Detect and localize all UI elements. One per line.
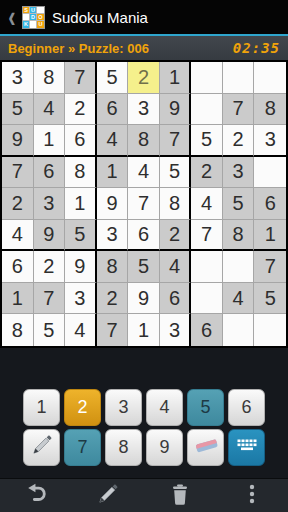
sudoku-cell-r1c9[interactable]: [254, 62, 286, 94]
undo-button[interactable]: [16, 481, 56, 511]
numpad-digit-8[interactable]: 8: [105, 429, 142, 466]
sudoku-cell-r7c8[interactable]: [223, 251, 255, 283]
numpad-digit-6[interactable]: 6: [228, 389, 265, 426]
sudoku-cell-r5c3[interactable]: 1: [65, 188, 97, 220]
numpad-digit-4[interactable]: 4: [146, 389, 183, 426]
sudoku-cell-r5c2[interactable]: 3: [34, 188, 66, 220]
sudoku-cell-r8c4[interactable]: 2: [97, 283, 129, 315]
logo-cell: K: [23, 21, 30, 28]
sudoku-cell-r3c3[interactable]: 6: [65, 125, 97, 157]
trash-button[interactable]: [160, 481, 200, 511]
sudoku-cell-r7c9[interactable]: 7: [254, 251, 286, 283]
back-button[interactable]: ‹: [6, 3, 18, 31]
app-title: Sudoku Mania: [52, 9, 148, 26]
logo-cell: [23, 14, 30, 21]
sudoku-cell-r9c2[interactable]: 5: [34, 314, 66, 346]
sudoku-cell-r7c4[interactable]: 8: [97, 251, 129, 283]
sudoku-cell-r8c1[interactable]: 1: [2, 283, 34, 315]
sudoku-cell-r3c8[interactable]: 2: [223, 125, 255, 157]
numpad-keyboard-button[interactable]: [228, 429, 265, 466]
bottom-toolbar: [0, 478, 288, 512]
numpad-digit-9[interactable]: 9: [146, 429, 183, 466]
overflow-menu-icon: [242, 482, 262, 510]
pencil-icon: [29, 432, 55, 463]
sudoku-cell-r9c7[interactable]: 6: [191, 314, 223, 346]
keyboard-icon: [235, 433, 259, 462]
numpad-row-2: 789: [0, 429, 288, 466]
sudoku-cell-r9c6[interactable]: 3: [160, 314, 192, 346]
sudoku-cell-r4c5[interactable]: 4: [128, 157, 160, 189]
sudoku-cell-r1c7[interactable]: [191, 62, 223, 94]
numpad-row-1: 123456: [0, 348, 288, 426]
numpad-digit-3[interactable]: 3: [105, 389, 142, 426]
sudoku-cell-r9c3[interactable]: 4: [65, 314, 97, 346]
sudoku-cell-r3c4[interactable]: 4: [97, 125, 129, 157]
logo-cell: U: [37, 21, 44, 28]
sudoku-cell-r7c3[interactable]: 9: [65, 251, 97, 283]
sudoku-cell-r6c9[interactable]: 1: [254, 220, 286, 252]
sudoku-cell-r4c4[interactable]: 1: [97, 157, 129, 189]
sudoku-cell-r9c8[interactable]: [223, 314, 255, 346]
game-timer: 02:35: [233, 40, 280, 56]
numpad-digit-2[interactable]: 2: [64, 389, 101, 426]
title-bar: ‹ SUDOKU Sudoku Mania: [0, 0, 288, 36]
status-bar: Beginner » Puzzle: 006 02:35: [0, 36, 288, 60]
sudoku-cell-r4c6[interactable]: 5: [160, 157, 192, 189]
sudoku-cell-r4c7[interactable]: 2: [191, 157, 223, 189]
sudoku-cell-r1c1[interactable]: 3: [2, 62, 34, 94]
sudoku-cell-r6c7[interactable]: 7: [191, 220, 223, 252]
sudoku-cell-r8c8[interactable]: 4: [223, 283, 255, 315]
logo-cell: [30, 21, 37, 28]
sudoku-cell-r3c9[interactable]: 3: [254, 125, 286, 157]
sudoku-cell-r7c7[interactable]: [191, 251, 223, 283]
numpad-digit-1[interactable]: 1: [23, 389, 60, 426]
sudoku-cell-r8c5[interactable]: 9: [128, 283, 160, 315]
sudoku-cell-r6c1[interactable]: 4: [2, 220, 34, 252]
sudoku-cell-r4c9[interactable]: [254, 157, 286, 189]
logo-cell: U: [30, 7, 37, 14]
sudoku-cell-r2c8[interactable]: 7: [223, 94, 255, 126]
sudoku-cell-r4c2[interactable]: 6: [34, 157, 66, 189]
sudoku-cell-r3c1[interactable]: 9: [2, 125, 34, 157]
numpad-digit-7[interactable]: 7: [64, 429, 101, 466]
sudoku-cell-r2c2[interactable]: 4: [34, 94, 66, 126]
sudoku-cell-r8c3[interactable]: 3: [65, 283, 97, 315]
sudoku-cell-r2c4[interactable]: 6: [97, 94, 129, 126]
sudoku-cell-r6c4[interactable]: 3: [97, 220, 129, 252]
sudoku-cell-r6c2[interactable]: 9: [34, 220, 66, 252]
sudoku-cell-r5c1[interactable]: 2: [2, 188, 34, 220]
sudoku-mania-app: ‹ SUDOKU Sudoku Mania Beginner » Puzzle:…: [0, 0, 288, 512]
sudoku-cell-r4c8[interactable]: 3: [223, 157, 255, 189]
sudoku-cell-r6c3[interactable]: 5: [65, 220, 97, 252]
sudoku-cell-r9c9[interactable]: [254, 314, 286, 346]
level-puzzle-breadcrumb: Beginner » Puzzle: 006: [8, 41, 149, 56]
logo-cell: S: [23, 7, 30, 14]
sudoku-cell-r9c1[interactable]: 8: [2, 314, 34, 346]
sudoku-cell-r6c6[interactable]: 2: [160, 220, 192, 252]
app-logo-icon: SUDOKU: [22, 6, 45, 29]
overflow-menu-button[interactable]: [232, 481, 272, 511]
pencil-icon: [95, 481, 121, 511]
sudoku-grid: 3875215426397891648752376814523231978456…: [0, 60, 288, 348]
sudoku-cell-r8c6[interactable]: 6: [160, 283, 192, 315]
sudoku-cell-r8c2[interactable]: 7: [34, 283, 66, 315]
sudoku-cell-r2c9[interactable]: 8: [254, 94, 286, 126]
sudoku-cell-r9c4[interactable]: 7: [97, 314, 129, 346]
trash-icon: [169, 482, 191, 510]
logo-cell: [37, 7, 44, 14]
undo-icon: [23, 481, 49, 511]
sudoku-cell-r7c1[interactable]: 6: [2, 251, 34, 283]
sudoku-cell-r2c5[interactable]: 3: [128, 94, 160, 126]
sudoku-cell-r1c8[interactable]: [223, 62, 255, 94]
numpad-pencil-button[interactable]: [23, 429, 60, 466]
numpad-digit-5[interactable]: 5: [187, 389, 224, 426]
sudoku-cell-r2c7[interactable]: [191, 94, 223, 126]
sudoku-cell-r8c7[interactable]: [191, 283, 223, 315]
number-pad: 123456 789: [0, 348, 288, 476]
sudoku-cell-r6c8[interactable]: 8: [223, 220, 255, 252]
sudoku-cell-r3c7[interactable]: 5: [191, 125, 223, 157]
sudoku-cell-r1c2[interactable]: 8: [34, 62, 66, 94]
sudoku-cell-r3c6[interactable]: 7: [160, 125, 192, 157]
eraser-icon: [192, 431, 220, 464]
sudoku-cell-r1c4[interactable]: 5: [97, 62, 129, 94]
sudoku-cell-r2c6[interactable]: 9: [160, 94, 192, 126]
sudoku-cell-r7c2[interactable]: 2: [34, 251, 66, 283]
sudoku-cell-r9c5[interactable]: 1: [128, 314, 160, 346]
sudoku-cell-r2c3[interactable]: 2: [65, 94, 97, 126]
sudoku-cell-r1c5[interactable]: 2: [128, 62, 160, 94]
sudoku-cell-r6c5[interactable]: 6: [128, 220, 160, 252]
sudoku-cell-r4c3[interactable]: 8: [65, 157, 97, 189]
sudoku-cell-r1c6[interactable]: 1: [160, 62, 192, 94]
sudoku-cell-r8c9[interactable]: 5: [254, 283, 286, 315]
sudoku-cell-r5c7[interactable]: 4: [191, 188, 223, 220]
sudoku-cell-r7c6[interactable]: 4: [160, 251, 192, 283]
sudoku-cell-r5c6[interactable]: 8: [160, 188, 192, 220]
sudoku-cell-r2c1[interactable]: 5: [2, 94, 34, 126]
sudoku-cell-r1c3[interactable]: 7: [65, 62, 97, 94]
sudoku-cell-r3c5[interactable]: 8: [128, 125, 160, 157]
sudoku-cell-r5c9[interactable]: 6: [254, 188, 286, 220]
numpad-eraser-button[interactable]: [187, 429, 224, 466]
sudoku-cell-r4c1[interactable]: 7: [2, 157, 34, 189]
sudoku-cell-r5c4[interactable]: 9: [97, 188, 129, 220]
sudoku-cell-r7c5[interactable]: 5: [128, 251, 160, 283]
sudoku-cell-r3c2[interactable]: 1: [34, 125, 66, 157]
sudoku-cell-r5c8[interactable]: 5: [223, 188, 255, 220]
logo-cell: O: [37, 14, 44, 21]
sudoku-cell-r5c5[interactable]: 7: [128, 188, 160, 220]
pencil-button[interactable]: [88, 481, 128, 511]
logo-cell: D: [30, 14, 37, 21]
